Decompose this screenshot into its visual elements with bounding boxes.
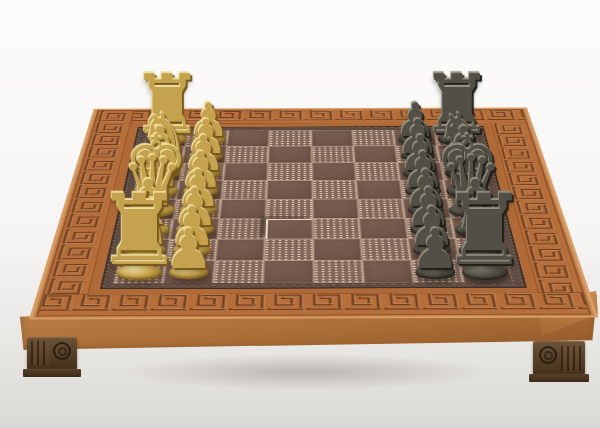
- square-c6[interactable]: [359, 218, 407, 238]
- square-f6[interactable]: [355, 163, 399, 180]
- square-g5[interactable]: [312, 146, 354, 163]
- square-e4[interactable]: [267, 181, 311, 199]
- square-e3[interactable]: [222, 181, 267, 199]
- square-b5[interactable]: [313, 239, 361, 260]
- photo-backdrop: ♜♟♟♜♞♟♟♞♝♟♟♝♚♟♟♚♛♟♟♛♝♟♟♝♞♟♟♞♜♟♟♜: [0, 0, 600, 428]
- foot-ridges: [31, 341, 49, 365]
- square-f4[interactable]: [268, 163, 311, 180]
- square-b4[interactable]: [265, 239, 313, 260]
- square-f3[interactable]: [224, 163, 268, 180]
- scroll-ornament-icon: [539, 346, 557, 364]
- square-h3[interactable]: [228, 130, 270, 146]
- square-d4[interactable]: [267, 199, 312, 218]
- square-d5[interactable]: [313, 199, 359, 218]
- foot-step: [23, 369, 81, 377]
- square-f5[interactable]: [312, 163, 355, 180]
- board-foot-left: [27, 337, 77, 370]
- foot-ridges: [561, 346, 581, 371]
- square-g4[interactable]: [269, 146, 311, 163]
- square-h4[interactable]: [270, 130, 311, 146]
- pawn-glyph: ♟: [411, 222, 460, 277]
- square-d6[interactable]: [358, 199, 405, 218]
- square-g3[interactable]: [226, 146, 269, 163]
- rook-glyph: ♜: [96, 183, 183, 280]
- square-b3[interactable]: [216, 239, 265, 260]
- square-a4[interactable]: [264, 261, 313, 283]
- square-e6[interactable]: [356, 180, 401, 198]
- square-a6[interactable]: [362, 260, 413, 282]
- foot-step: [529, 374, 589, 382]
- square-e5[interactable]: [312, 181, 356, 199]
- square-d3[interactable]: [220, 199, 266, 218]
- square-h5[interactable]: [311, 130, 352, 146]
- square-a5[interactable]: [314, 260, 363, 282]
- square-h6[interactable]: [352, 130, 394, 146]
- square-c4[interactable]: [266, 219, 312, 239]
- board-shadow: [38, 346, 572, 398]
- square-c3[interactable]: [218, 219, 265, 239]
- scroll-ornament-icon: [53, 342, 71, 360]
- square-c5[interactable]: [313, 218, 360, 238]
- board-foot-right: [533, 341, 585, 375]
- square-g6[interactable]: [354, 146, 397, 163]
- square-a3[interactable]: [214, 261, 264, 283]
- square-b6[interactable]: [361, 239, 410, 260]
